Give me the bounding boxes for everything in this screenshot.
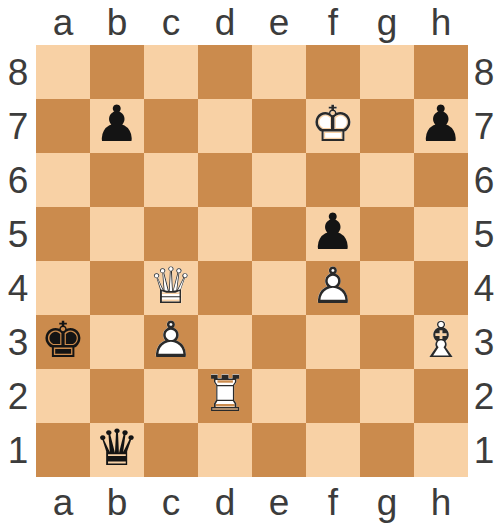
square-c6[interactable] — [144, 153, 198, 207]
file-label-bottom-h: h — [431, 484, 452, 521]
piece-black-pawn[interactable]: ♟ — [414, 99, 468, 153]
square-d2[interactable]: ♜♖ — [198, 369, 252, 423]
square-b4[interactable] — [90, 261, 144, 315]
rank-labels-left: 87654321 — [0, 45, 36, 477]
piece-white-pawn[interactable]: ♟♙ — [144, 315, 198, 369]
file-label-bottom-d: d — [215, 484, 236, 521]
square-h4[interactable] — [414, 261, 468, 315]
rank-label-left-1: 1 — [8, 432, 29, 469]
square-a7[interactable] — [36, 99, 90, 153]
square-g2[interactable] — [360, 369, 414, 423]
square-b7[interactable]: ♟ — [90, 99, 144, 153]
square-d8[interactable] — [198, 45, 252, 99]
file-label-bottom-f: f — [328, 484, 338, 521]
square-c1[interactable] — [144, 423, 198, 477]
square-f6[interactable] — [306, 153, 360, 207]
square-a4[interactable] — [36, 261, 90, 315]
rank-label-right-8: 8 — [474, 54, 495, 91]
piece-glyph: ♚ — [41, 315, 86, 365]
file-label-bottom-e: e — [269, 484, 290, 521]
square-d3[interactable] — [198, 315, 252, 369]
piece-white-rook[interactable]: ♜♖ — [198, 369, 252, 423]
rank-label-left-4: 4 — [8, 270, 29, 307]
square-g8[interactable] — [360, 45, 414, 99]
square-c2[interactable] — [144, 369, 198, 423]
piece-outline: ♕ — [149, 261, 194, 311]
file-label-top-c: c — [162, 4, 181, 41]
piece-black-pawn[interactable]: ♟ — [306, 207, 360, 261]
square-a3[interactable]: ♚ — [36, 315, 90, 369]
square-f4[interactable]: ♟♙ — [306, 261, 360, 315]
square-h8[interactable] — [414, 45, 468, 99]
piece-black-queen[interactable]: ♛ — [90, 423, 144, 477]
square-e1[interactable] — [252, 423, 306, 477]
square-b8[interactable] — [90, 45, 144, 99]
rank-label-right-4: 4 — [474, 270, 495, 307]
square-g6[interactable] — [360, 153, 414, 207]
piece-black-pawn[interactable]: ♟ — [90, 99, 144, 153]
file-label-top-d: d — [215, 4, 236, 41]
file-label-top-h: h — [431, 4, 452, 41]
rank-label-right-1: 1 — [474, 432, 495, 469]
piece-outline: ♙ — [149, 315, 194, 365]
rank-label-right-5: 5 — [474, 216, 495, 253]
rank-label-left-8: 8 — [8, 54, 29, 91]
square-c3[interactable]: ♟♙ — [144, 315, 198, 369]
square-b3[interactable] — [90, 315, 144, 369]
piece-glyph: ♟ — [311, 207, 356, 257]
square-d7[interactable] — [198, 99, 252, 153]
piece-outline: ♖ — [203, 369, 248, 419]
square-g3[interactable] — [360, 315, 414, 369]
chessboard: ♟♚♔♟♟♛♕♟♙♚♟♙♝♗♜♖♛ — [36, 45, 468, 477]
file-label-bottom-b: b — [107, 484, 128, 521]
rank-label-left-2: 2 — [8, 378, 29, 415]
rank-label-right-3: 3 — [474, 324, 495, 361]
square-d5[interactable] — [198, 207, 252, 261]
square-g7[interactable] — [360, 99, 414, 153]
square-e3[interactable] — [252, 315, 306, 369]
piece-outline: ♔ — [311, 99, 356, 149]
file-label-top-e: e — [269, 4, 290, 41]
chess-diagram: abcdefgh 87654321 ♟♚♔♟♟♛♕♟♙♚♟♙♝♗♜♖♛ 8765… — [0, 0, 500, 528]
rank-label-left-5: 5 — [8, 216, 29, 253]
square-g4[interactable] — [360, 261, 414, 315]
square-e2[interactable] — [252, 369, 306, 423]
piece-glyph: ♟ — [419, 99, 464, 149]
square-c4[interactable]: ♛♕ — [144, 261, 198, 315]
square-e5[interactable] — [252, 207, 306, 261]
file-label-bottom-c: c — [162, 484, 181, 521]
square-a8[interactable] — [36, 45, 90, 99]
piece-black-king[interactable]: ♚ — [36, 315, 90, 369]
rank-label-right-7: 7 — [474, 108, 495, 145]
square-a2[interactable] — [36, 369, 90, 423]
square-b5[interactable] — [90, 207, 144, 261]
square-h1[interactable] — [414, 423, 468, 477]
square-d6[interactable] — [198, 153, 252, 207]
piece-white-bishop[interactable]: ♝♗ — [414, 315, 468, 369]
square-f5[interactable]: ♟ — [306, 207, 360, 261]
square-b6[interactable] — [90, 153, 144, 207]
rank-label-right-6: 6 — [474, 162, 495, 199]
square-d4[interactable] — [198, 261, 252, 315]
square-g1[interactable] — [360, 423, 414, 477]
square-e4[interactable] — [252, 261, 306, 315]
file-labels-top: abcdefgh — [36, 0, 468, 45]
piece-glyph: ♛ — [95, 423, 140, 473]
square-d1[interactable] — [198, 423, 252, 477]
square-h5[interactable] — [414, 207, 468, 261]
square-f3[interactable] — [306, 315, 360, 369]
piece-glyph: ♟ — [95, 99, 140, 149]
square-c5[interactable] — [144, 207, 198, 261]
square-e8[interactable] — [252, 45, 306, 99]
square-h2[interactable] — [414, 369, 468, 423]
file-label-top-a: a — [53, 4, 74, 41]
square-a1[interactable] — [36, 423, 90, 477]
square-g5[interactable] — [360, 207, 414, 261]
square-a6[interactable] — [36, 153, 90, 207]
file-label-top-g: g — [377, 4, 398, 41]
rank-label-left-7: 7 — [8, 108, 29, 145]
file-label-bottom-a: a — [53, 484, 74, 521]
square-e7[interactable] — [252, 99, 306, 153]
file-label-bottom-g: g — [377, 484, 398, 521]
square-h6[interactable] — [414, 153, 468, 207]
piece-white-king[interactable]: ♚♔ — [306, 99, 360, 153]
square-h7[interactable]: ♟ — [414, 99, 468, 153]
square-b1[interactable]: ♛ — [90, 423, 144, 477]
square-f2[interactable] — [306, 369, 360, 423]
square-h3[interactable]: ♝♗ — [414, 315, 468, 369]
file-label-top-b: b — [107, 4, 128, 41]
rank-label-left-6: 6 — [8, 162, 29, 199]
file-labels-bottom: abcdefgh — [36, 477, 468, 528]
rank-label-left-3: 3 — [8, 324, 29, 361]
square-a5[interactable] — [36, 207, 90, 261]
square-b2[interactable] — [90, 369, 144, 423]
square-f8[interactable] — [306, 45, 360, 99]
square-c8[interactable] — [144, 45, 198, 99]
rank-labels-right: 87654321 — [468, 45, 500, 477]
square-e6[interactable] — [252, 153, 306, 207]
piece-white-queen[interactable]: ♛♕ — [144, 261, 198, 315]
piece-outline: ♙ — [311, 261, 356, 311]
rank-label-right-2: 2 — [474, 378, 495, 415]
file-label-top-f: f — [328, 4, 338, 41]
square-f1[interactable] — [306, 423, 360, 477]
square-c7[interactable] — [144, 99, 198, 153]
piece-outline: ♗ — [419, 315, 464, 365]
square-f7[interactable]: ♚♔ — [306, 99, 360, 153]
piece-white-pawn[interactable]: ♟♙ — [306, 261, 360, 315]
